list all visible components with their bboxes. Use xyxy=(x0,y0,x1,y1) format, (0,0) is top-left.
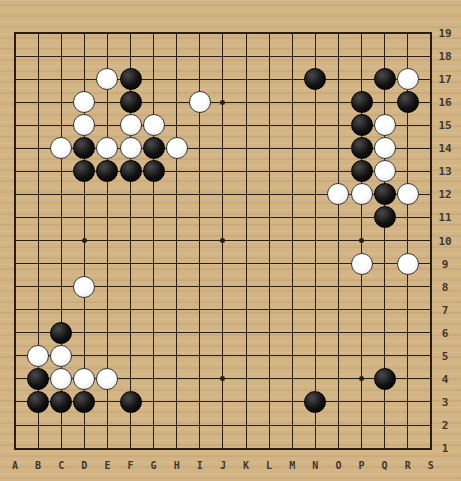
black-stone-R16[interactable] xyxy=(397,91,419,113)
black-stone-P16[interactable] xyxy=(351,91,373,113)
white-stone-F14[interactable] xyxy=(120,137,142,159)
row-label-4: 4 xyxy=(442,372,449,385)
black-stone-C6[interactable] xyxy=(50,322,72,344)
row-label-8: 8 xyxy=(442,280,449,293)
row-label-14: 14 xyxy=(438,142,451,155)
white-stone-P12[interactable] xyxy=(351,183,373,205)
black-stone-G13[interactable] xyxy=(143,160,165,182)
white-stone-C5[interactable] xyxy=(50,345,72,367)
white-stone-F15[interactable] xyxy=(120,114,142,136)
white-stone-R9[interactable] xyxy=(397,253,419,275)
row-label-2: 2 xyxy=(442,419,449,432)
column-label-E: E xyxy=(104,460,110,471)
white-stone-Q14[interactable] xyxy=(374,137,396,159)
white-stone-Q15[interactable] xyxy=(374,114,396,136)
black-stone-F3[interactable] xyxy=(120,391,142,413)
white-stone-R12[interactable] xyxy=(397,183,419,205)
column-label-Q: Q xyxy=(382,460,388,471)
black-stone-F17[interactable] xyxy=(120,68,142,90)
black-stone-Q11[interactable] xyxy=(374,206,396,228)
white-stone-I16[interactable] xyxy=(189,91,211,113)
column-label-A: A xyxy=(12,460,18,471)
row-label-5: 5 xyxy=(442,349,449,362)
white-stone-B5[interactable] xyxy=(27,345,49,367)
row-label-3: 3 xyxy=(442,395,449,408)
black-stone-Q17[interactable] xyxy=(374,68,396,90)
row-label-10: 10 xyxy=(438,234,451,247)
white-stone-R17[interactable] xyxy=(397,68,419,90)
row-label-6: 6 xyxy=(442,326,449,339)
column-label-K: K xyxy=(243,460,249,471)
black-stone-P13[interactable] xyxy=(351,160,373,182)
column-label-O: O xyxy=(335,460,341,471)
column-label-D: D xyxy=(81,460,87,471)
row-label-12: 12 xyxy=(438,188,451,201)
row-label-13: 13 xyxy=(438,165,451,178)
black-stone-F16[interactable] xyxy=(120,91,142,113)
black-stone-C3[interactable] xyxy=(50,391,72,413)
column-label-C: C xyxy=(58,460,64,471)
column-label-B: B xyxy=(35,460,41,471)
row-label-1: 1 xyxy=(442,442,449,455)
black-stone-G14[interactable] xyxy=(143,137,165,159)
white-stone-Q13[interactable] xyxy=(374,160,396,182)
column-label-L: L xyxy=(266,460,272,471)
row-label-16: 16 xyxy=(438,96,451,109)
column-label-I: I xyxy=(197,460,203,471)
black-stone-P14[interactable] xyxy=(351,137,373,159)
column-label-S: S xyxy=(428,460,434,471)
column-label-H: H xyxy=(174,460,180,471)
star-point xyxy=(359,238,364,243)
star-point xyxy=(82,238,87,243)
white-stone-G15[interactable] xyxy=(143,114,165,136)
black-stone-Q12[interactable] xyxy=(374,183,396,205)
black-stone-B3[interactable] xyxy=(27,391,49,413)
white-stone-D8[interactable] xyxy=(73,276,95,298)
row-label-7: 7 xyxy=(442,303,449,316)
column-label-P: P xyxy=(358,460,364,471)
row-label-18: 18 xyxy=(438,50,451,63)
black-stone-Q4[interactable] xyxy=(374,368,396,390)
column-label-G: G xyxy=(151,460,157,471)
white-stone-C4[interactable] xyxy=(50,368,72,390)
black-stone-B4[interactable] xyxy=(27,368,49,390)
column-label-R: R xyxy=(405,460,411,471)
black-stone-F13[interactable] xyxy=(120,160,142,182)
black-stone-P15[interactable] xyxy=(351,114,373,136)
row-label-17: 17 xyxy=(438,73,451,86)
row-label-9: 9 xyxy=(442,257,449,270)
go-board[interactable]: ABCDEFGHIJKLMNOPQRS191817161514131211109… xyxy=(0,0,461,481)
column-label-J: J xyxy=(220,460,226,471)
row-label-15: 15 xyxy=(438,119,451,132)
white-stone-H14[interactable] xyxy=(166,137,188,159)
row-label-11: 11 xyxy=(438,211,451,224)
column-label-M: M xyxy=(289,460,295,471)
column-label-F: F xyxy=(127,460,133,471)
row-label-19: 19 xyxy=(438,27,451,40)
white-stone-P9[interactable] xyxy=(351,253,373,275)
column-label-N: N xyxy=(312,460,318,471)
